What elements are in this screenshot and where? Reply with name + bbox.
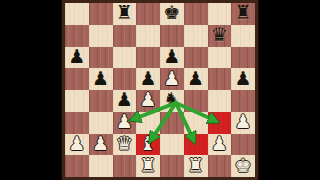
square-a3[interactable] bbox=[65, 112, 89, 134]
white-pawn: ♟ bbox=[68, 134, 85, 153]
square-b6[interactable] bbox=[89, 47, 113, 69]
square-h2[interactable] bbox=[231, 134, 255, 156]
square-f5[interactable]: ♟ bbox=[184, 68, 208, 90]
square-d6[interactable] bbox=[136, 47, 160, 69]
square-h8[interactable]: ♜ bbox=[231, 3, 255, 25]
square-e2[interactable] bbox=[160, 134, 184, 156]
white-pawn: ♟ bbox=[235, 112, 252, 131]
square-c6[interactable] bbox=[113, 47, 137, 69]
letterbox-left bbox=[0, 0, 62, 180]
square-d5[interactable]: ♟ bbox=[136, 68, 160, 90]
square-f6[interactable] bbox=[184, 47, 208, 69]
square-e8[interactable]: ♚ bbox=[160, 3, 184, 25]
square-h6[interactable] bbox=[231, 47, 255, 69]
black-pawn: ♟ bbox=[187, 69, 204, 88]
square-a5[interactable] bbox=[65, 68, 89, 90]
square-g7[interactable]: ♛ bbox=[208, 25, 232, 47]
square-h7[interactable] bbox=[231, 25, 255, 47]
square-d3[interactable] bbox=[136, 112, 160, 134]
black-king: ♚ bbox=[163, 3, 180, 22]
square-c8[interactable]: ♜ bbox=[113, 3, 137, 25]
black-pawn: ♟ bbox=[116, 90, 133, 109]
square-h3[interactable]: ♟ bbox=[231, 112, 255, 134]
square-h4[interactable] bbox=[231, 90, 255, 112]
square-e6[interactable]: ♟ bbox=[160, 47, 184, 69]
black-pawn: ♟ bbox=[68, 47, 85, 66]
square-a6[interactable]: ♟ bbox=[65, 47, 89, 69]
square-a4[interactable] bbox=[65, 90, 89, 112]
white-pawn: ♟ bbox=[163, 69, 180, 88]
square-f4[interactable] bbox=[184, 90, 208, 112]
square-c7[interactable] bbox=[113, 25, 137, 47]
white-rook: ♜ bbox=[187, 156, 204, 175]
square-f1[interactable]: ♜ bbox=[184, 155, 208, 177]
white-king: ♚ bbox=[235, 156, 252, 175]
square-g1[interactable] bbox=[208, 155, 232, 177]
black-queen: ♛ bbox=[211, 25, 228, 44]
square-d2[interactable]: ♝ bbox=[136, 134, 160, 156]
square-a8[interactable] bbox=[65, 3, 89, 25]
square-f3[interactable] bbox=[184, 112, 208, 134]
square-b2[interactable]: ♟ bbox=[89, 134, 113, 156]
white-pawn: ♟ bbox=[116, 112, 133, 131]
square-e4[interactable]: ♞ bbox=[160, 90, 184, 112]
square-c5[interactable] bbox=[113, 68, 137, 90]
square-b8[interactable] bbox=[89, 3, 113, 25]
square-e1[interactable] bbox=[160, 155, 184, 177]
white-pawn: ♟ bbox=[140, 90, 157, 109]
square-b3[interactable] bbox=[89, 112, 113, 134]
black-knight: ♞ bbox=[163, 90, 180, 109]
square-c2[interactable]: ♛ bbox=[113, 134, 137, 156]
square-b7[interactable] bbox=[89, 25, 113, 47]
square-a1[interactable] bbox=[65, 155, 89, 177]
square-g5[interactable] bbox=[208, 68, 232, 90]
square-d1[interactable]: ♜ bbox=[136, 155, 160, 177]
square-h5[interactable]: ♟ bbox=[231, 68, 255, 90]
square-e5[interactable]: ♟ bbox=[160, 68, 184, 90]
black-rook: ♜ bbox=[116, 3, 133, 22]
square-g2[interactable]: ♟ bbox=[208, 134, 232, 156]
square-e3[interactable] bbox=[160, 112, 184, 134]
square-d8[interactable] bbox=[136, 3, 160, 25]
square-f7[interactable] bbox=[184, 25, 208, 47]
square-e7[interactable] bbox=[160, 25, 184, 47]
square-c3[interactable]: ♟ bbox=[113, 112, 137, 134]
square-b5[interactable]: ♟ bbox=[89, 68, 113, 90]
black-pawn: ♟ bbox=[163, 47, 180, 66]
square-c1[interactable] bbox=[113, 155, 137, 177]
square-f8[interactable] bbox=[184, 3, 208, 25]
square-g4[interactable] bbox=[208, 90, 232, 112]
white-pawn: ♟ bbox=[92, 134, 109, 153]
square-b1[interactable] bbox=[89, 155, 113, 177]
square-a7[interactable] bbox=[65, 25, 89, 47]
black-pawn: ♟ bbox=[140, 69, 157, 88]
square-g3[interactable] bbox=[208, 112, 232, 134]
white-bishop: ♝ bbox=[140, 134, 157, 153]
white-pawn: ♟ bbox=[211, 134, 228, 153]
square-b4[interactable] bbox=[89, 90, 113, 112]
letterbox-right bbox=[258, 0, 320, 180]
square-d7[interactable] bbox=[136, 25, 160, 47]
square-d4[interactable]: ♟ bbox=[136, 90, 160, 112]
square-g6[interactable] bbox=[208, 47, 232, 69]
white-queen: ♛ bbox=[116, 134, 133, 153]
square-g8[interactable] bbox=[208, 3, 232, 25]
square-h1[interactable]: ♚ bbox=[231, 155, 255, 177]
black-pawn: ♟ bbox=[235, 69, 252, 88]
white-rook: ♜ bbox=[140, 156, 157, 175]
black-pawn: ♟ bbox=[92, 69, 109, 88]
square-c4[interactable]: ♟ bbox=[113, 90, 137, 112]
chess-board: ♜♚♜♛♟♟♟♟♟♟♟♟♟♞♟♟♟♟♛♝♟♜♜♚ bbox=[62, 0, 258, 180]
square-f2[interactable] bbox=[184, 134, 208, 156]
black-rook: ♜ bbox=[235, 3, 252, 22]
board-grid: ♜♚♜♛♟♟♟♟♟♟♟♟♟♞♟♟♟♟♛♝♟♜♜♚ bbox=[65, 3, 255, 177]
square-a2[interactable]: ♟ bbox=[65, 134, 89, 156]
